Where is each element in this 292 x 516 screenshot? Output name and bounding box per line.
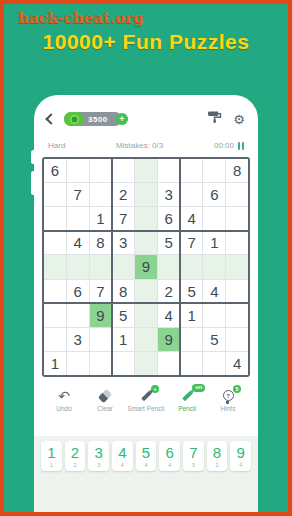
phone-side-button (31, 171, 36, 195)
cell-r4c9[interactable] (226, 231, 248, 254)
numpad-key-1[interactable]: 11 (41, 441, 62, 471)
cell-r8c2[interactable]: 3 (67, 328, 89, 351)
key-digit: 6 (166, 445, 174, 461)
cell-r8c4[interactable]: 1 (112, 328, 134, 351)
pencil-icon (182, 390, 193, 401)
cell-r7c3[interactable]: 9 (90, 304, 112, 327)
cell-r7c2[interactable] (67, 304, 89, 327)
timer-label: 00:00 (214, 141, 234, 150)
key-digit: 1 (47, 445, 55, 461)
cell-r6c5[interactable] (135, 280, 157, 303)
clear-button[interactable]: Clear (85, 388, 125, 412)
numpad-key-2[interactable]: 22 (65, 441, 86, 471)
coin-badge[interactable]: 3500 + (64, 112, 122, 126)
cell-r7c6[interactable]: 4 (158, 304, 180, 327)
cell-r1c9[interactable]: 8 (226, 159, 248, 182)
cell-r4c1[interactable] (44, 231, 66, 254)
cell-r9c7[interactable] (181, 352, 203, 375)
eraser-icon (98, 388, 112, 402)
key-remaining-count: 4 (144, 462, 147, 468)
key-remaining-count: 2 (216, 462, 219, 468)
hint-bulb-icon: ? (223, 390, 234, 401)
screenshot-frame: hack-cheat.org 10000+ Fun Puzzles 3500 + (0, 0, 292, 516)
key-digit: 4 (118, 445, 126, 461)
cell-r2c6[interactable]: 3 (158, 183, 180, 206)
phone-side-button (31, 150, 36, 164)
cell-r4c4[interactable]: 3 (112, 231, 134, 254)
cell-r1c4[interactable] (112, 159, 134, 182)
cell-r6c4[interactable]: 8 (112, 280, 134, 303)
coin-icon (64, 112, 84, 126)
numpad-key-3[interactable]: 33 (88, 441, 109, 471)
cell-r5c8[interactable] (203, 255, 225, 278)
key-remaining-count: 4 (239, 462, 242, 468)
key-digit: 5 (142, 445, 150, 461)
undo-icon: ↶ (58, 389, 70, 403)
theme-roller-icon[interactable] (207, 110, 222, 128)
cell-r4c6[interactable]: 5 (158, 231, 180, 254)
cell-r6c1[interactable] (44, 280, 66, 303)
cell-r7c9[interactable] (226, 304, 248, 327)
mistakes-label: Mistakes: 0/3 (116, 141, 163, 150)
cell-r5c5[interactable]: 9 (135, 255, 157, 278)
watermark-text: hack-cheat.org (18, 9, 144, 27)
cell-r2c2[interactable]: 7 (67, 183, 89, 206)
cell-r1c3[interactable] (90, 159, 112, 182)
numpad-key-4[interactable]: 44 (112, 441, 133, 471)
cell-r5c7[interactable] (181, 255, 203, 278)
cell-r8c3[interactable] (90, 328, 112, 351)
key-remaining-count: 2 (73, 462, 76, 468)
cell-r9c3[interactable] (90, 352, 112, 375)
cell-r4c3[interactable]: 8 (90, 231, 112, 254)
cell-r6c3[interactable]: 7 (90, 280, 112, 303)
cell-r2c3[interactable] (90, 183, 112, 206)
cell-r1c6[interactable] (158, 159, 180, 182)
sudoku-board: 687236176448357196782549541319514 (42, 157, 250, 377)
cell-r8c7[interactable] (181, 328, 203, 351)
promo-title: 10000+ Fun Puzzles (4, 30, 288, 54)
key-remaining-count: 3 (97, 462, 100, 468)
cell-r3c1[interactable] (44, 207, 66, 230)
cell-r9c1[interactable]: 1 (44, 352, 66, 375)
numpad-key-5[interactable]: 54 (136, 441, 157, 471)
cell-r2c8[interactable]: 6 (203, 183, 225, 206)
cell-r7c7[interactable]: 1 (181, 304, 203, 327)
cell-r1c1[interactable]: 6 (44, 159, 66, 182)
cell-r6c8[interactable]: 4 (203, 280, 225, 303)
cell-r9c6[interactable] (158, 352, 180, 375)
cell-r5c4[interactable] (112, 255, 134, 278)
cell-r6c2[interactable]: 6 (67, 280, 89, 303)
cell-r5c6[interactable] (158, 255, 180, 278)
cell-r3c2[interactable] (67, 207, 89, 230)
cell-r8c1[interactable] (44, 328, 66, 351)
numpad-key-9[interactable]: 94 (230, 441, 251, 471)
cell-r1c5[interactable] (135, 159, 157, 182)
pencil-button[interactable]: on Pencil (167, 388, 207, 412)
cell-r5c3[interactable] (90, 255, 112, 278)
cell-r5c2[interactable] (67, 255, 89, 278)
cell-r9c8[interactable] (203, 352, 225, 375)
hints-button[interactable]: 5 ? Hints (208, 388, 248, 412)
cell-r3c4[interactable]: 7 (112, 207, 134, 230)
add-coins-button[interactable]: + (116, 113, 128, 125)
cell-r7c1[interactable] (44, 304, 66, 327)
numpad: 112233445464738294 (34, 436, 258, 471)
cell-r6c6[interactable]: 2 (158, 280, 180, 303)
cell-r2c5[interactable] (135, 183, 157, 206)
cell-r8c5[interactable] (135, 328, 157, 351)
cell-r3c8[interactable] (203, 207, 225, 230)
cell-r3c3[interactable]: 1 (90, 207, 112, 230)
cell-r9c2[interactable] (67, 352, 89, 375)
cell-r4c7[interactable]: 7 (181, 231, 203, 254)
cell-r9c9[interactable]: 4 (226, 352, 248, 375)
cell-r7c5[interactable] (135, 304, 157, 327)
cell-r3c7[interactable]: 4 (181, 207, 203, 230)
cell-r1c7[interactable] (181, 159, 203, 182)
key-remaining-count: 1 (50, 462, 53, 468)
cell-r3c9[interactable] (226, 207, 248, 230)
cell-r2c4[interactable]: 2 (112, 183, 134, 206)
smart-pencil-button[interactable]: + Smart Pencil (126, 388, 166, 412)
cell-r8c8[interactable]: 5 (203, 328, 225, 351)
difficulty-label[interactable]: Hard (48, 141, 65, 150)
numpad-section: 112233445464738294 (34, 436, 258, 512)
cell-r4c2[interactable]: 4 (67, 231, 89, 254)
back-icon[interactable] (45, 113, 56, 124)
cell-r6c9[interactable] (226, 280, 248, 303)
coin-count: 3500 (88, 115, 108, 124)
pause-icon[interactable] (238, 142, 244, 150)
cell-r8c9[interactable] (226, 328, 248, 351)
cell-r7c4[interactable]: 5 (112, 304, 134, 327)
key-remaining-count: 4 (121, 462, 124, 468)
cell-r8c6[interactable]: 9 (158, 328, 180, 351)
pencil-icon (141, 390, 152, 401)
cell-r4c5[interactable] (135, 231, 157, 254)
numpad-key-7[interactable]: 73 (183, 441, 204, 471)
cell-r2c7[interactable] (181, 183, 203, 206)
cell-r3c5[interactable] (135, 207, 157, 230)
key-digit: 7 (189, 445, 197, 461)
key-digit: 9 (237, 445, 245, 461)
key-remaining-count: 4 (168, 462, 171, 468)
app-header: 3500 + ⚙ (34, 95, 258, 128)
cell-r4c8[interactable]: 1 (203, 231, 225, 254)
cell-r6c7[interactable]: 5 (181, 280, 203, 303)
numpad-key-8[interactable]: 82 (207, 441, 228, 471)
cell-r3c6[interactable]: 6 (158, 207, 180, 230)
key-digit: 2 (71, 445, 79, 461)
cell-r7c8[interactable] (203, 304, 225, 327)
key-remaining-count: 3 (192, 462, 195, 468)
cell-r1c2[interactable] (67, 159, 89, 182)
cell-r2c1[interactable] (44, 183, 66, 206)
status-row: Hard Mistakes: 0/3 00:00 (34, 141, 258, 150)
cell-r5c9[interactable] (226, 255, 248, 278)
toolbar: ↶ Undo Clear + Smart Pencil on Pencil 5 … (34, 388, 258, 412)
numpad-key-6[interactable]: 64 (159, 441, 180, 471)
cell-r5c1[interactable] (44, 255, 66, 278)
phone-mockup: 3500 + ⚙ Hard Mistakes: 0/3 00:00 (34, 95, 258, 512)
cell-r2c9[interactable] (226, 183, 248, 206)
key-digit: 8 (213, 445, 221, 461)
hints-count-badge: 5 (233, 385, 241, 393)
key-digit: 3 (95, 445, 103, 461)
cell-r1c8[interactable] (203, 159, 225, 182)
undo-button[interactable]: ↶ Undo (44, 388, 84, 412)
cell-r9c5[interactable] (135, 352, 157, 375)
settings-gear-icon[interactable]: ⚙ (233, 113, 245, 126)
cell-r9c4[interactable] (112, 352, 134, 375)
